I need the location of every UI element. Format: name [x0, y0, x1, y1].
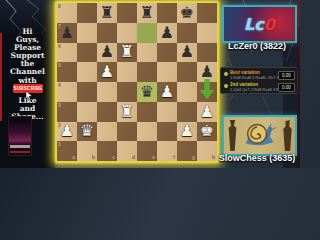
square-f7[interactable]: ♟: [157, 23, 177, 43]
square-c2[interactable]: [97, 122, 117, 142]
analysis-eval-badge: 0.00: [278, 71, 295, 80]
slowchess-engine-logo: [222, 115, 297, 156]
black-king-g8[interactable]: ♚: [180, 5, 194, 21]
square-f1[interactable]: f: [157, 141, 177, 161]
square-h3[interactable]: ♟: [197, 102, 217, 122]
chess-board-frame: 8♜♜♚7♟♟6♟♜♟5♟♟4♛♟3♜♟2♟♛♟♚1abcdefgh: [56, 2, 218, 162]
square-d6[interactable]: ♜: [117, 43, 137, 63]
rank-label: 4: [58, 83, 61, 88]
square-b5[interactable]: [77, 62, 97, 82]
square-c4[interactable]: [97, 82, 117, 102]
square-a1[interactable]: 1a: [57, 141, 77, 161]
square-f3[interactable]: [157, 102, 177, 122]
square-a7[interactable]: 7♟: [57, 23, 77, 43]
file-label: d: [132, 155, 135, 160]
black-pawn-a7[interactable]: ♟: [60, 25, 74, 41]
analysis-eval-badge: 0.00: [278, 83, 295, 92]
analysis-moves: 1.Rd8 Rxd8 2.Rxd8+ Kh7 3.Qb1: [230, 75, 278, 80]
square-d4[interactable]: [117, 82, 137, 102]
lc0-logo-zero: 0: [264, 15, 275, 34]
white-pawn-g2[interactable]: ♟: [180, 123, 194, 139]
square-c1[interactable]: c: [97, 141, 117, 161]
black-pawn-c6[interactable]: ♟: [100, 44, 114, 60]
square-b3[interactable]: [77, 102, 97, 122]
square-e6[interactable]: [137, 43, 157, 63]
file-label: a: [72, 155, 75, 160]
square-b1[interactable]: b: [77, 141, 97, 161]
square-e8[interactable]: ♜: [137, 3, 157, 23]
square-g4[interactable]: [177, 82, 197, 102]
engine-analysis-panel: Best variation 1.Rd8 Rxd8 2.Rxd8+ Kh7 3.…: [220, 67, 298, 94]
analysis-row: 2nd variation 1.Qb3 Qe7 2.Rd8 Rxd8 3.Rxd…: [223, 82, 295, 93]
square-b6[interactable]: [77, 43, 97, 63]
white-pawn-h3[interactable]: ♟: [200, 104, 214, 120]
chess-piece-silhouette-icon: [282, 120, 293, 151]
black-pawn-h5[interactable]: ♟: [200, 64, 214, 80]
rank-label: 5: [58, 63, 61, 68]
square-c6[interactable]: ♟: [97, 43, 117, 63]
square-f2[interactable]: [157, 122, 177, 142]
poster-strip: [10, 151, 30, 153]
square-e2[interactable]: [137, 122, 157, 142]
square-h6[interactable]: [197, 43, 217, 63]
square-d7[interactable]: [117, 23, 137, 43]
square-g5[interactable]: [177, 62, 197, 82]
square-a6[interactable]: 6: [57, 43, 77, 63]
poster-band: [10, 145, 30, 148]
square-e1[interactable]: e: [137, 141, 157, 161]
channel-poster-thumbnail: [8, 116, 32, 156]
file-label: c: [112, 155, 115, 160]
right-red-border: [297, 0, 300, 168]
square-b4[interactable]: [77, 82, 97, 102]
white-rook-d3[interactable]: ♜: [120, 104, 134, 120]
square-d5[interactable]: [117, 62, 137, 82]
white-pawn-c5[interactable]: ♟: [100, 64, 114, 80]
square-a2[interactable]: 2♟: [57, 122, 77, 142]
mouse-cursor-icon: [25, 91, 33, 100]
file-label: f: [173, 155, 175, 160]
square-e7[interactable]: [137, 23, 157, 43]
square-b8[interactable]: [77, 3, 97, 23]
square-g2[interactable]: ♟: [177, 122, 197, 142]
analysis-dot-icon: [224, 72, 228, 76]
black-rook-e8[interactable]: ♜: [140, 5, 154, 21]
square-d2[interactable]: [117, 122, 137, 142]
square-h5[interactable]: ♟: [197, 62, 217, 82]
analysis-moves: 1.Qb3 Qe7 2.Rd8 Rxd8 3.Rxd8: [230, 87, 278, 92]
square-h1[interactable]: h: [197, 141, 217, 161]
square-g8[interactable]: ♚: [177, 3, 197, 23]
square-f6[interactable]: [157, 43, 177, 63]
square-d1[interactable]: d: [117, 141, 137, 161]
snail-icon: [241, 120, 281, 150]
white-queen-b2[interactable]: ♛: [80, 123, 94, 139]
square-h8[interactable]: [197, 3, 217, 23]
square-h2[interactable]: ♚: [197, 122, 217, 142]
file-label: b: [92, 155, 95, 160]
file-label: e: [152, 155, 155, 160]
square-c7[interactable]: [97, 23, 117, 43]
file-label: h: [212, 155, 215, 160]
analysis-row: Best variation 1.Rd8 Rxd8 2.Rxd8+ Kh7 3.…: [223, 70, 295, 81]
square-c5[interactable]: ♟: [97, 62, 117, 82]
square-g7[interactable]: [177, 23, 197, 43]
square-a4[interactable]: 4: [57, 82, 77, 102]
player-top-name: LcZer0 (3822): [217, 41, 297, 51]
square-f4[interactable]: ♟: [157, 82, 177, 102]
square-d3[interactable]: ♜: [117, 102, 137, 122]
square-h4[interactable]: [197, 82, 217, 102]
black-pawn-g6[interactable]: ♟: [180, 44, 194, 60]
square-g1[interactable]: g: [177, 141, 197, 161]
square-g6[interactable]: ♟: [177, 43, 197, 63]
file-label: g: [192, 155, 195, 160]
player-bottom-name: SlowChess (3635): [217, 153, 297, 163]
white-pawn-f4[interactable]: ♟: [160, 84, 174, 100]
square-b2[interactable]: ♛: [77, 122, 97, 142]
square-e5[interactable]: [137, 62, 157, 82]
rank-label: 6: [58, 44, 61, 49]
square-d8[interactable]: [117, 3, 137, 23]
square-g3[interactable]: [177, 102, 197, 122]
square-f5[interactable]: [157, 62, 177, 82]
square-a8[interactable]: 8: [57, 3, 77, 23]
black-pawn-f7[interactable]: ♟: [160, 25, 174, 41]
rank-label: 3: [58, 103, 61, 108]
chess-board: 8♜♜♚7♟♟6♟♜♟5♟♟4♛♟3♜♟2♟♛♟♚1abcdefgh: [57, 3, 217, 161]
black-queen-e4[interactable]: ♛: [140, 84, 154, 100]
lc0-logo-text: Lc0: [244, 15, 275, 34]
lc0-engine-logo: Lc0: [222, 5, 297, 43]
square-f8[interactable]: [157, 3, 177, 23]
square-c8[interactable]: ♜: [97, 3, 117, 23]
square-c3[interactable]: [97, 102, 117, 122]
support-message: Hi Guys, Please Support the Channel with: [0, 28, 55, 85]
white-king-h2[interactable]: ♚: [200, 123, 214, 139]
white-pawn-a2[interactable]: ♟: [60, 123, 74, 139]
rank-label: 8: [58, 4, 61, 9]
lc0-logo-lc: Lc: [244, 15, 264, 34]
square-e4[interactable]: ♛: [137, 82, 157, 102]
square-e3[interactable]: [137, 102, 157, 122]
analysis-dot-icon: [224, 84, 228, 88]
rank-label: 1: [58, 142, 61, 147]
square-b7[interactable]: [77, 23, 97, 43]
square-a3[interactable]: 3: [57, 102, 77, 122]
white-rook-d6[interactable]: ♜: [120, 44, 134, 60]
black-rook-c8[interactable]: ♜: [100, 5, 114, 21]
chess-piece-silhouette-icon: [227, 120, 238, 151]
square-a5[interactable]: 5: [57, 62, 77, 82]
square-h7[interactable]: [197, 23, 217, 43]
